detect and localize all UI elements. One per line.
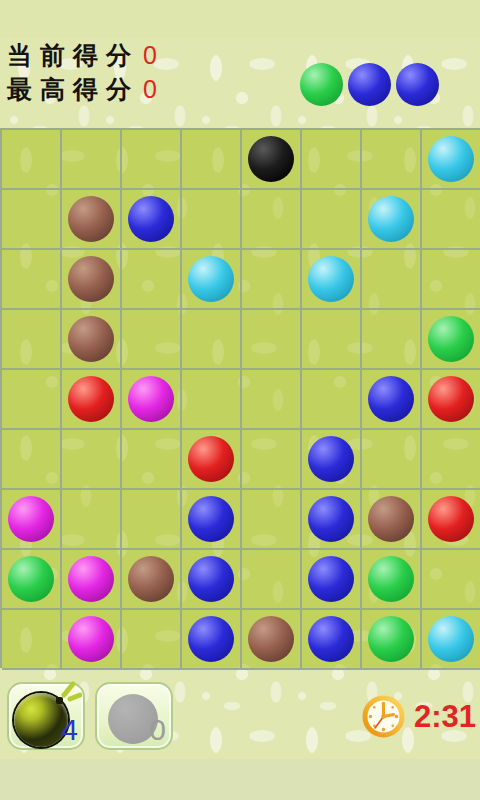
board-cell-r8c1[interactable] (62, 610, 122, 670)
current-score-row: 当前得分0 (7, 38, 237, 72)
ball-blue[interactable] (308, 616, 354, 662)
board-cell-r7c3[interactable] (182, 550, 242, 610)
board-cell-r4c4[interactable] (242, 370, 302, 430)
board-cell-r0c0[interactable] (2, 130, 62, 190)
board-cell-r1c4[interactable] (242, 190, 302, 250)
ball-blue[interactable] (128, 196, 174, 242)
ball-cyan[interactable] (188, 256, 234, 302)
board-cell-r3c3[interactable] (182, 310, 242, 370)
ball-green[interactable] (368, 556, 414, 602)
board-cell-r6c0[interactable] (2, 490, 62, 550)
board-cell-r2c5[interactable] (302, 250, 362, 310)
board-cell-r5c3[interactable] (182, 430, 242, 490)
board-cell-r2c2[interactable] (122, 250, 182, 310)
ball-blue[interactable] (308, 556, 354, 602)
board-cell-r3c4[interactable] (242, 310, 302, 370)
board-cell-r0c6[interactable] (362, 130, 422, 190)
board-cell-r7c7[interactable] (422, 550, 480, 610)
board-cell-r2c1[interactable] (62, 250, 122, 310)
board-cell-r3c2[interactable] (122, 310, 182, 370)
ball-brown[interactable] (128, 556, 174, 602)
board-cell-r5c6[interactable] (362, 430, 422, 490)
ball-black[interactable] (248, 136, 294, 182)
gray-ball-item-button[interactable]: 0 (95, 682, 173, 750)
board-cell-r4c3[interactable] (182, 370, 242, 430)
board-cell-r0c7[interactable] (422, 130, 480, 190)
board-cell-r1c5[interactable] (302, 190, 362, 250)
board-cell-r7c4[interactable] (242, 550, 302, 610)
board-cell-r2c6[interactable] (362, 250, 422, 310)
best-score-label: 最高得分 (7, 75, 139, 104)
next-ball-blue (348, 63, 391, 106)
ball-green[interactable] (368, 616, 414, 662)
board-cell-r1c0[interactable] (2, 190, 62, 250)
ball-magenta[interactable] (68, 616, 114, 662)
ball-blue[interactable] (188, 496, 234, 542)
best-score-row: 最高得分0 (7, 72, 237, 106)
board-cell-r5c4[interactable] (242, 430, 302, 490)
board-cell-r7c1[interactable] (62, 550, 122, 610)
board-cell-r2c7[interactable] (422, 250, 480, 310)
current-score-label: 当前得分 (7, 41, 139, 70)
board-cell-r3c5[interactable] (302, 310, 362, 370)
board-cell-r7c5[interactable] (302, 550, 362, 610)
ball-red[interactable] (68, 376, 114, 422)
screen: { "game": "color-lines (五子连珠 / Lines 98 … (0, 0, 480, 800)
board-cell-r6c5[interactable] (302, 490, 362, 550)
board-cell-r3c1[interactable] (62, 310, 122, 370)
board-cell-r4c0[interactable] (2, 370, 62, 430)
board-cell-r1c2[interactable] (122, 190, 182, 250)
ball-brown[interactable] (68, 196, 114, 242)
ball-brown[interactable] (68, 316, 114, 362)
board-cell-r0c2[interactable] (122, 130, 182, 190)
board-cell-r4c6[interactable] (362, 370, 422, 430)
board-cell-r5c7[interactable] (422, 430, 480, 490)
board-cell-r4c1[interactable] (62, 370, 122, 430)
next-ball-blue (396, 63, 439, 106)
board-cell-r1c7[interactable] (422, 190, 480, 250)
timer-text: 2:31 (414, 699, 476, 735)
bomb-item-button[interactable]: 4 (7, 682, 85, 750)
ball-brown[interactable] (68, 256, 114, 302)
board-cell-r0c3[interactable] (182, 130, 242, 190)
game-board (0, 128, 480, 668)
ball-green[interactable] (428, 316, 474, 362)
ball-blue[interactable] (308, 436, 354, 482)
ball-cyan[interactable] (428, 616, 474, 662)
board-cell-r5c5[interactable] (302, 430, 362, 490)
board-cell-r6c6[interactable] (362, 490, 422, 550)
ball-red[interactable] (428, 376, 474, 422)
board-cell-r4c5[interactable] (302, 370, 362, 430)
ball-magenta[interactable] (8, 496, 54, 542)
ball-magenta[interactable] (128, 376, 174, 422)
ball-blue[interactable] (308, 496, 354, 542)
board-cell-r5c0[interactable] (2, 430, 62, 490)
next-ball-green (300, 63, 343, 106)
board-cell-r8c3[interactable] (182, 610, 242, 670)
board-cell-r3c6[interactable] (362, 310, 422, 370)
ball-red[interactable] (188, 436, 234, 482)
gray-ball-count: 0 (149, 713, 166, 747)
score-panel: 当前得分0 最高得分0 (7, 38, 237, 106)
board-cell-r0c1[interactable] (62, 130, 122, 190)
best-score-value: 0 (143, 75, 157, 103)
ball-blue[interactable] (188, 556, 234, 602)
bomb-fuse-spark-icon (46, 681, 82, 713)
board-cell-r0c4[interactable] (242, 130, 302, 190)
board-cell-r2c3[interactable] (182, 250, 242, 310)
board-cell-r6c3[interactable] (182, 490, 242, 550)
board-cell-r8c7[interactable] (422, 610, 480, 670)
clock-icon (362, 695, 405, 738)
board-cell-r7c6[interactable] (362, 550, 422, 610)
board-cell-r6c1[interactable] (62, 490, 122, 550)
board-cell-r5c2[interactable] (122, 430, 182, 490)
board-cell-r8c5[interactable] (302, 610, 362, 670)
board-cell-r7c2[interactable] (122, 550, 182, 610)
board-cell-r1c1[interactable] (62, 190, 122, 250)
ball-red[interactable] (428, 496, 474, 542)
board-cell-r6c4[interactable] (242, 490, 302, 550)
board-cell-r3c7[interactable] (422, 310, 480, 370)
ball-brown[interactable] (368, 496, 414, 542)
ball-brown[interactable] (248, 616, 294, 662)
ball-cyan[interactable] (428, 136, 474, 182)
next-balls-preview (300, 63, 470, 109)
board-cell-r4c2[interactable] (122, 370, 182, 430)
ball-magenta[interactable] (68, 556, 114, 602)
board-cell-r8c4[interactable] (242, 610, 302, 670)
board-cell-r5c1[interactable] (62, 430, 122, 490)
board-cell-r6c2[interactable] (122, 490, 182, 550)
current-score-value: 0 (143, 41, 157, 69)
bottom-strip (0, 759, 480, 800)
ball-blue[interactable] (368, 376, 414, 422)
board-cell-r8c6[interactable] (362, 610, 422, 670)
board-cell-r2c4[interactable] (242, 250, 302, 310)
board-cell-r8c2[interactable] (122, 610, 182, 670)
ball-blue[interactable] (188, 616, 234, 662)
board-cell-r1c6[interactable] (362, 190, 422, 250)
ball-cyan[interactable] (368, 196, 414, 242)
ball-cyan[interactable] (308, 256, 354, 302)
bomb-count: 4 (61, 713, 78, 747)
board-cell-r2c0[interactable] (2, 250, 62, 310)
board-cell-r7c0[interactable] (2, 550, 62, 610)
board-cell-r4c7[interactable] (422, 370, 480, 430)
board-cell-r8c0[interactable] (2, 610, 62, 670)
board-cell-r1c3[interactable] (182, 190, 242, 250)
board-cell-r3c0[interactable] (2, 310, 62, 370)
ball-green[interactable] (8, 556, 54, 602)
board-cell-r6c7[interactable] (422, 490, 480, 550)
board-cell-r0c5[interactable] (302, 130, 362, 190)
